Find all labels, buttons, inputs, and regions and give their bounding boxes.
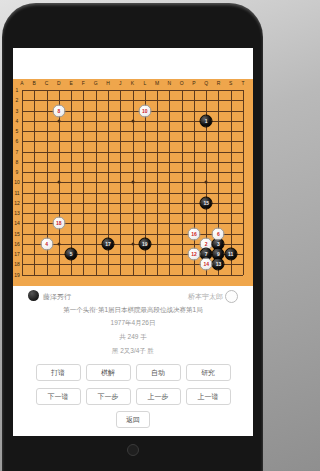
button-row-1: 打谱棋解自动研究 <box>13 364 253 383</box>
grid-line-horizontal <box>22 275 243 276</box>
app-screen: ABCDEFGHJKLMNOPQRST123456789101112131415… <box>13 48 253 436</box>
black-stone: 5 <box>65 248 78 261</box>
row-label: 4 <box>16 118 19 123</box>
row-label: 5 <box>16 129 19 134</box>
action-button-1[interactable]: 打谱 <box>36 364 81 381</box>
grid-line-horizontal <box>22 193 243 194</box>
row-label: 7 <box>16 149 19 154</box>
grid-line-vertical <box>157 90 158 275</box>
white-stone: 14 <box>200 258 213 271</box>
button-row-2: 下一谱下一步上一步上一谱 <box>13 388 253 407</box>
black-stone: 11 <box>224 248 237 261</box>
column-label: R <box>217 81 221 86</box>
column-label: C <box>45 81 49 86</box>
action-button-3[interactable]: 自动 <box>136 364 181 381</box>
nav-button-1[interactable]: 下一谱 <box>36 388 81 405</box>
row-label: 3 <box>16 108 19 113</box>
row-label: 15 <box>14 231 20 236</box>
row-label: 1 <box>16 88 19 93</box>
grid-line-vertical <box>243 90 244 275</box>
row-label: 13 <box>14 211 20 216</box>
row-label: 9 <box>16 170 19 175</box>
black-stone-icon <box>28 290 39 301</box>
column-label: D <box>57 81 61 86</box>
player-bar: 藤泽秀行 桥本宇太郎 <box>13 288 253 304</box>
row-label: 19 <box>14 272 20 277</box>
row-label: 16 <box>14 241 20 246</box>
black-stone: 19 <box>138 237 151 250</box>
column-label: G <box>94 81 98 86</box>
back-button[interactable]: 返回 <box>116 411 150 428</box>
device-frame: ABCDEFGHJKLMNOPQRST123456789101112131415… <box>2 3 263 471</box>
white-stone: 4 <box>40 237 53 250</box>
column-label: Q <box>204 81 208 86</box>
game-title: 第一个头衔·第1届日本棋院最高段位战决赛第1局 <box>13 306 253 314</box>
column-label: T <box>242 81 245 86</box>
column-label: O <box>180 81 184 86</box>
grid-line-horizontal <box>22 234 243 235</box>
action-button-4[interactable]: 研究 <box>186 364 231 381</box>
column-label: F <box>82 81 85 86</box>
go-board[interactable]: ABCDEFGHJKLMNOPQRST123456789101112131415… <box>13 79 253 286</box>
column-label: M <box>155 81 159 86</box>
white-stone: 6 <box>212 227 225 240</box>
home-button[interactable] <box>127 444 139 456</box>
column-label: K <box>131 81 134 86</box>
star-point <box>131 242 134 245</box>
white-stone: 16 <box>187 227 200 240</box>
action-button-2[interactable]: 棋解 <box>86 364 131 381</box>
column-label: L <box>143 81 146 86</box>
row-label: 8 <box>16 159 19 164</box>
column-label: A <box>20 81 23 86</box>
column-label: J <box>119 81 122 86</box>
grid-line-vertical <box>169 90 170 275</box>
column-label: P <box>192 81 195 86</box>
game-result: 黑 2又3/4子 胜 <box>13 347 253 355</box>
row-label: 2 <box>16 98 19 103</box>
back-button-row: 返回 <box>13 411 253 428</box>
star-point <box>57 181 60 184</box>
white-stone: 18 <box>52 217 65 230</box>
star-point <box>205 181 208 184</box>
black-stone: 17 <box>101 237 114 250</box>
white-stone: 12 <box>187 248 200 261</box>
star-point <box>57 119 60 122</box>
grid-line-horizontal <box>22 213 243 214</box>
black-stone: 13 <box>212 258 225 271</box>
black-stone: 15 <box>200 196 213 209</box>
nav-button-3[interactable]: 上一步 <box>136 388 181 405</box>
column-label: H <box>106 81 110 86</box>
row-label: 14 <box>14 221 20 226</box>
white-stone: 10 <box>138 104 151 117</box>
row-label: 6 <box>16 139 19 144</box>
column-label: S <box>229 81 232 86</box>
white-player-name: 桥本宇太郎 <box>188 292 223 302</box>
row-label: 10 <box>14 180 20 185</box>
nav-button-2[interactable]: 下一步 <box>86 388 131 405</box>
grid-line-vertical <box>182 90 183 275</box>
total-moves: 共 249 手 <box>13 333 253 341</box>
row-label: 17 <box>14 252 20 257</box>
column-label: E <box>69 81 72 86</box>
column-label: N <box>168 81 172 86</box>
nav-button-4[interactable]: 上一谱 <box>186 388 231 405</box>
star-point <box>131 119 134 122</box>
game-date: 1977年4月26日 <box>13 319 253 327</box>
white-stone: 8 <box>52 104 65 117</box>
row-label: 18 <box>14 262 20 267</box>
row-label: 11 <box>14 190 19 195</box>
white-stone-icon <box>225 290 238 303</box>
star-point <box>57 242 60 245</box>
black-stone: 1 <box>200 114 213 127</box>
star-point <box>131 181 134 184</box>
column-label: B <box>33 81 36 86</box>
black-player-name: 藤泽秀行 <box>43 292 71 302</box>
row-label: 12 <box>14 200 20 205</box>
